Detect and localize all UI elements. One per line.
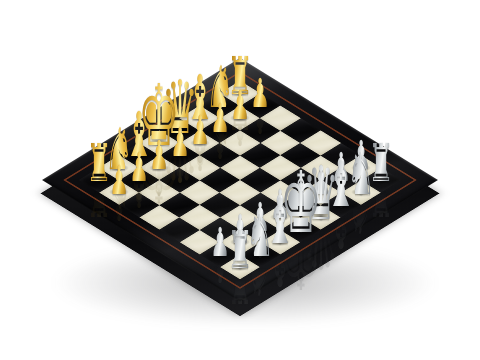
piece-glyph: ♟ — [230, 85, 250, 125]
piece-glyph: ♟ — [150, 135, 170, 175]
photo-canvas: ♜♜♟♟♟♟♜♜♞♞♟♟♟♟♞♞♝♝♟♟♟♟♝♝♛♛♟♟♟♟♛♛♚♚♟♟♟♟♚♚… — [0, 0, 480, 360]
pieces-layer: ♜♜♟♟♟♟♜♜♞♞♟♟♟♟♞♞♝♝♟♟♟♟♝♝♛♛♟♟♟♟♛♛♚♚♟♟♟♟♚♚… — [0, 0, 480, 360]
piece-glyph: ♟ — [170, 122, 190, 162]
piece-glyph: ♟ — [250, 73, 270, 113]
piece-glyph: ♜ — [86, 137, 112, 189]
piece-glyph: ♜ — [227, 224, 253, 276]
piece-glyph: ♟ — [210, 98, 230, 138]
piece-glyph: ♟ — [190, 110, 210, 150]
chessboard-scene: ♜♜♟♟♟♟♜♜♞♞♟♟♟♟♞♞♝♝♟♟♟♟♝♝♛♛♟♟♟♟♛♛♚♚♟♟♟♟♚♚… — [0, 0, 480, 360]
piece-glyph: ♟ — [129, 147, 149, 187]
piece-glyph: ♟ — [109, 160, 129, 200]
